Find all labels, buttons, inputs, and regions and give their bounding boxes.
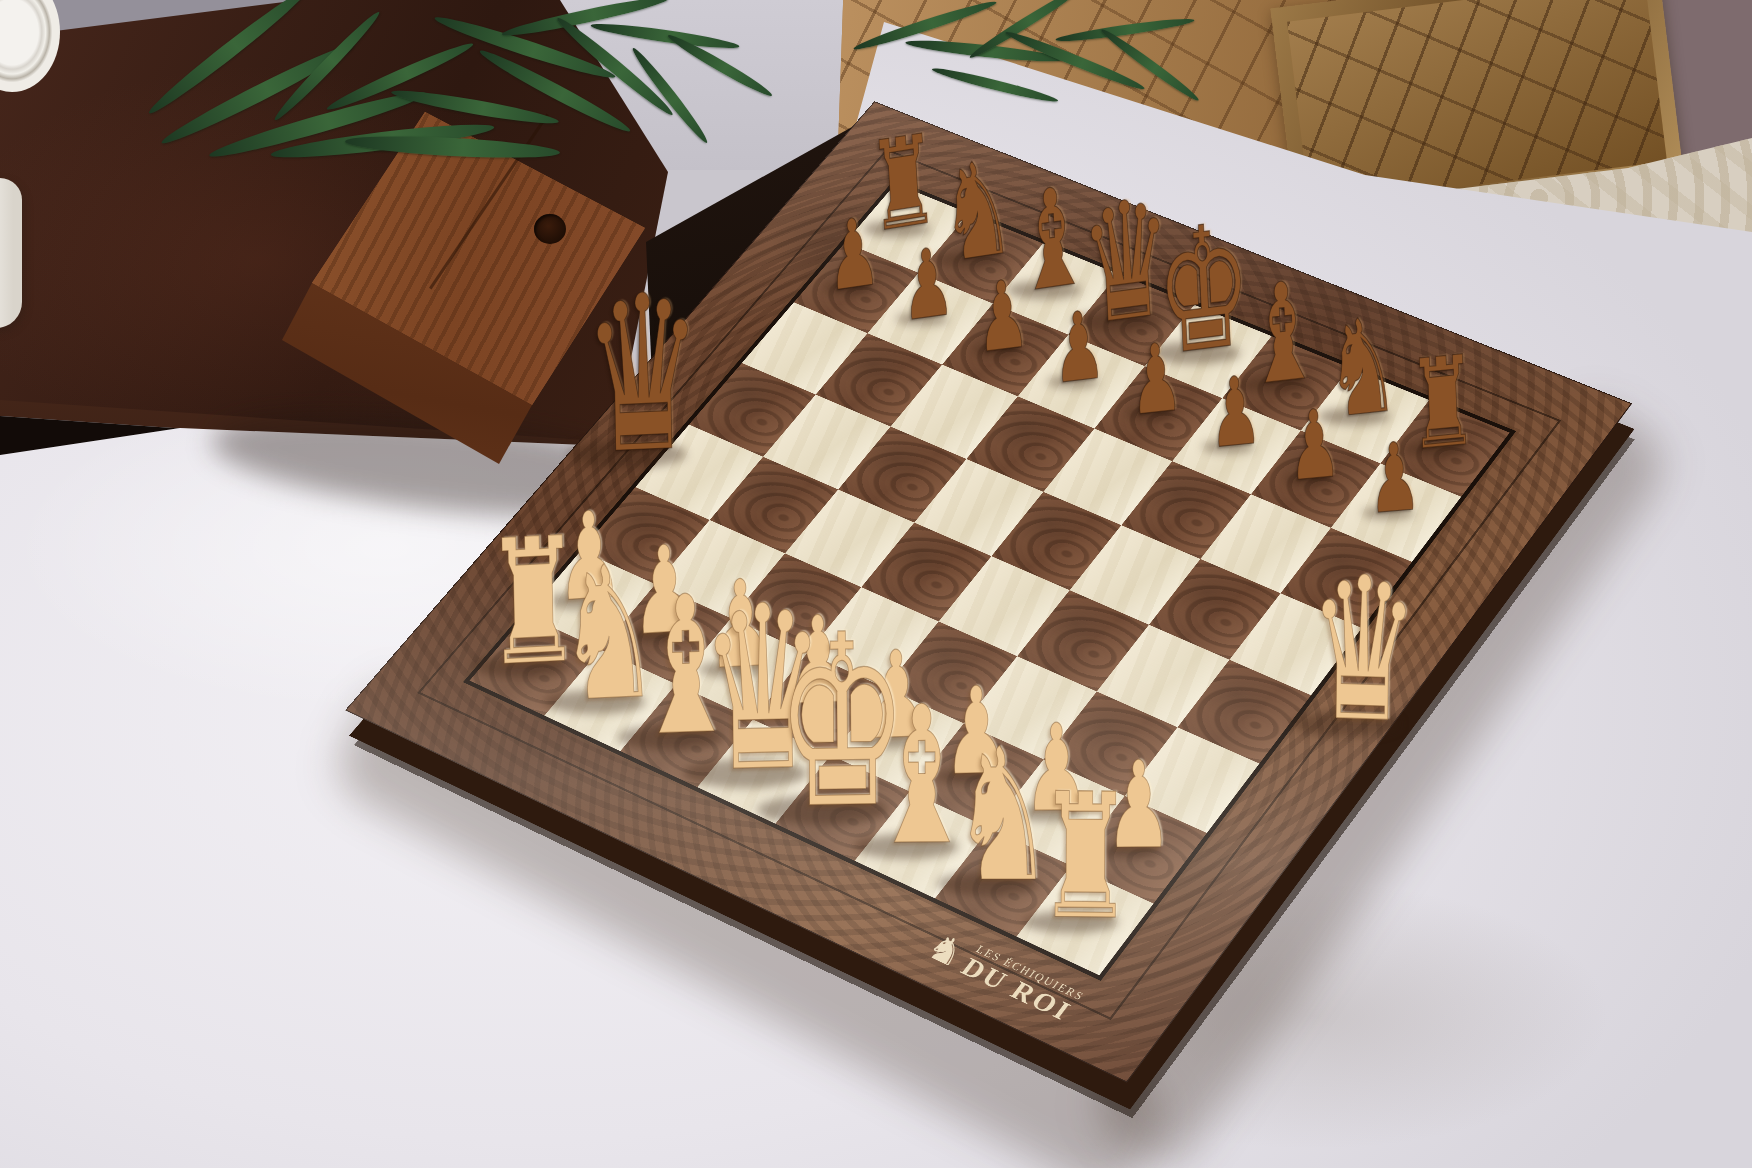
extra-dark-queen[interactable]: ♛ [582,264,705,484]
piece-white-rook-h1[interactable]: ♜ [1037,771,1134,945]
box-finger-hole-icon [534,214,566,244]
piece-black-pawn-d7[interactable]: ♟ [1051,297,1108,397]
piece-black-pawn-f7[interactable]: ♟ [1207,362,1263,462]
piece-black-pawn-a7[interactable]: ♟ [825,203,883,305]
photo-of-chess-set: { "game": "chess", "position": { "fen": … [0,0,1752,1168]
extra-light-queen[interactable]: ♛ [1307,550,1420,752]
piece-black-pawn-c7[interactable]: ♟ [974,265,1031,366]
white-pitcher [0,178,22,328]
piece-black-pawn-g7[interactable]: ♟ [1286,395,1342,494]
piece-black-pawn-e7[interactable]: ♟ [1128,329,1184,429]
piece-black-pawn-h7[interactable]: ♟ [1367,429,1422,528]
piece-black-pawn-b7[interactable]: ♟ [899,234,956,335]
